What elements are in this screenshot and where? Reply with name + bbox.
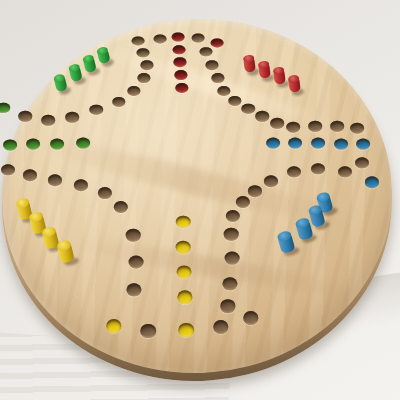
hole-home-red[interactable] — [173, 57, 186, 67]
hole-home-blue[interactable] — [266, 138, 280, 149]
hole-track[interactable] — [241, 104, 255, 114]
hole-home-blue[interactable] — [288, 138, 302, 149]
hole-home-green[interactable] — [76, 138, 90, 149]
hole-track[interactable] — [65, 112, 79, 123]
hole-track[interactable] — [132, 36, 145, 45]
hole-home-blue[interactable] — [356, 139, 370, 150]
peg-top — [287, 74, 299, 83]
hole-track[interactable] — [192, 33, 205, 42]
hole-track[interactable] — [126, 229, 141, 242]
hole-track[interactable] — [255, 111, 269, 122]
hole-track[interactable] — [129, 256, 144, 269]
hole-track[interactable] — [264, 175, 278, 187]
hole-home-yellow[interactable] — [178, 323, 194, 337]
hole-track[interactable] — [330, 121, 344, 132]
hole-track[interactable] — [270, 118, 284, 129]
hole-track[interactable] — [286, 122, 300, 133]
hole-track[interactable] — [41, 115, 55, 126]
hole-comeout-green[interactable] — [0, 103, 10, 113]
hole-track[interactable] — [98, 187, 112, 199]
hole-home-green[interactable] — [26, 139, 40, 150]
peg-red[interactable] — [272, 67, 285, 85]
hole-track[interactable] — [224, 228, 239, 241]
hole-home-yellow[interactable] — [177, 265, 192, 278]
hole-track[interactable] — [18, 111, 32, 122]
hole-track[interactable] — [74, 179, 88, 191]
hole-track[interactable] — [220, 299, 235, 313]
hole-home-yellow[interactable] — [176, 241, 191, 254]
wood-grain — [68, 232, 367, 304]
hole-track[interactable] — [140, 60, 153, 70]
hole-track[interactable] — [225, 252, 240, 265]
peg-red[interactable] — [242, 55, 255, 73]
hole-home-blue[interactable] — [311, 138, 325, 149]
photo-stage — [0, 0, 400, 400]
hole-track[interactable] — [154, 34, 167, 43]
hole-track[interactable] — [140, 324, 156, 338]
hole-home-yellow[interactable] — [177, 290, 192, 304]
hole-track[interactable] — [205, 60, 218, 70]
hole-track[interactable] — [89, 105, 103, 115]
hole-home-green[interactable] — [50, 139, 64, 150]
hole-track[interactable] — [211, 73, 224, 83]
hole-track[interactable] — [236, 196, 250, 208]
wood-grain — [88, 38, 341, 135]
hole-comeout-blue[interactable] — [365, 176, 379, 188]
hole-home-yellow[interactable] — [176, 216, 191, 228]
hole-track[interactable] — [137, 73, 150, 83]
hole-home-green[interactable] — [3, 140, 17, 151]
hole-track[interactable] — [350, 123, 364, 134]
hole-home-blue[interactable] — [334, 139, 348, 150]
hole-track[interactable] — [48, 174, 62, 186]
hole-comeout-red[interactable] — [211, 38, 224, 47]
hole-track[interactable] — [308, 121, 322, 132]
peg-red[interactable] — [287, 74, 300, 92]
hole-track[interactable] — [248, 185, 262, 197]
hole-home-red[interactable] — [172, 32, 185, 41]
hole-home-red[interactable] — [174, 70, 187, 80]
hole-track[interactable] — [23, 169, 37, 181]
peg-red[interactable] — [257, 61, 270, 79]
